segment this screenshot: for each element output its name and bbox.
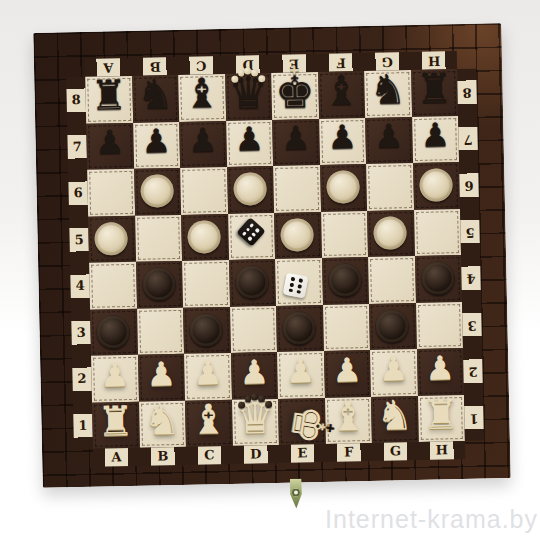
pawn-glyph-icon: ♟ xyxy=(95,122,125,162)
white-checker-e5 xyxy=(280,218,314,252)
die-pip xyxy=(298,278,302,282)
square-d1: ♛ xyxy=(232,398,279,445)
square-a1: ♜ xyxy=(92,401,139,448)
pawn-glyph-icon: ♟ xyxy=(281,118,311,158)
die-pip xyxy=(245,227,250,232)
black-checker-c3 xyxy=(189,313,223,347)
rank-label-left-1: 1 xyxy=(73,402,93,449)
rank-label-right-3: 3 xyxy=(462,301,482,348)
square-b1: ♞ xyxy=(139,400,186,447)
rook-glyph-icon: ♜ xyxy=(97,397,135,446)
white-checker-b6 xyxy=(140,174,174,208)
square-h7: ♟ xyxy=(412,116,459,163)
pawn-glyph-icon: ♟ xyxy=(192,353,222,393)
rank-label-left-3: 3 xyxy=(71,309,91,356)
black-rook-a8: ♜ xyxy=(85,76,132,123)
queen-crown-balls-icon xyxy=(231,67,265,83)
die-pip xyxy=(288,288,292,292)
square-f5 xyxy=(321,210,368,257)
square-a5 xyxy=(88,215,135,262)
rook-glyph-icon: ♜ xyxy=(415,64,453,113)
die-pip xyxy=(289,283,293,287)
rank-label-right-5: 5 xyxy=(460,208,480,255)
square-f7: ♟ xyxy=(319,118,366,165)
square-d6 xyxy=(227,166,274,213)
square-e7: ♟ xyxy=(272,118,319,165)
square-g4 xyxy=(368,256,415,303)
black-knight-g8: ♞ xyxy=(364,70,411,117)
white-pawn-e2: ♟ xyxy=(277,351,324,398)
die-pip xyxy=(247,236,252,241)
black-checker-f4 xyxy=(328,263,362,297)
black-die-showing-6 xyxy=(236,217,266,247)
square-a4 xyxy=(89,262,136,309)
white-pawn-a2: ♟ xyxy=(91,355,138,402)
square-e2: ♟ xyxy=(277,351,324,398)
pawn-glyph-icon: ♟ xyxy=(425,348,455,388)
square-e5 xyxy=(274,211,321,258)
rank-label-left-4: 4 xyxy=(70,263,90,310)
square-c6 xyxy=(180,167,227,214)
square-g2: ♟ xyxy=(370,349,417,396)
black-checker-e3 xyxy=(282,311,316,345)
die-pip xyxy=(290,277,294,281)
square-e6 xyxy=(273,165,320,212)
watermark: Internet-krama.by xyxy=(325,507,538,532)
knight-glyph-icon: ♞ xyxy=(143,396,181,445)
square-a8: ♜ xyxy=(85,76,132,123)
square-g6 xyxy=(366,163,413,210)
pawn-glyph-icon: ♟ xyxy=(327,117,357,157)
die-pip xyxy=(249,223,254,228)
white-pawn-f2: ♟ xyxy=(324,350,371,397)
king-cross-finial-icon: ✚ xyxy=(290,65,299,76)
bishop-glyph-icon: ♝ xyxy=(190,395,228,444)
knight-glyph-icon: ♞ xyxy=(369,65,407,114)
file-label-bottom-h: H xyxy=(418,441,465,460)
square-h4 xyxy=(415,255,462,302)
black-pawn-h7: ♟ xyxy=(412,116,459,163)
black-pawn-c7: ♟ xyxy=(179,120,226,167)
black-bishop-c8: ♝ xyxy=(178,74,225,121)
white-knight-g1: ♞ xyxy=(371,395,418,442)
file-label-bottom-a: A xyxy=(93,448,140,467)
black-checker-g3 xyxy=(375,309,409,343)
black-checker-b4 xyxy=(142,267,176,301)
die-pip xyxy=(242,231,247,236)
square-b8: ♞ xyxy=(132,75,179,122)
pawn-glyph-icon: ♟ xyxy=(188,120,218,160)
die-pip xyxy=(296,290,300,294)
square-c4 xyxy=(182,260,229,307)
white-checker-a5 xyxy=(95,222,129,256)
square-b5 xyxy=(135,214,182,261)
pawn-glyph-icon: ♟ xyxy=(141,121,171,161)
pawn-glyph-icon: ♟ xyxy=(234,119,264,159)
pawn-glyph-icon: ♟ xyxy=(374,116,404,156)
die-pip xyxy=(251,232,256,237)
square-e1: ♚✚ xyxy=(278,397,325,444)
board-frame: ABCDEFGH 87654321 ♜♞♝♛♚✚♝♞♜♟♟♟♟♟♟♟♟♟♟♟♟♟… xyxy=(66,51,484,467)
file-label-bottom-g: G xyxy=(372,442,419,461)
bishop-glyph-icon: ♝ xyxy=(322,66,360,115)
pawn-glyph-icon: ♟ xyxy=(332,350,362,390)
file-label-bottom-b: B xyxy=(139,447,186,466)
white-checker-d6 xyxy=(233,172,267,206)
file-label-bottom-f: F xyxy=(325,443,372,462)
square-f3 xyxy=(323,303,370,350)
square-a2: ♟ xyxy=(91,355,138,402)
pawn-glyph-icon: ♟ xyxy=(285,351,315,391)
white-checker-h6 xyxy=(419,168,453,202)
pawn-glyph-icon: ♟ xyxy=(378,349,408,389)
square-b3 xyxy=(137,307,184,354)
rook-glyph-icon: ♜ xyxy=(422,390,460,439)
knight-glyph-icon: ♞ xyxy=(376,391,414,440)
rook-glyph-icon: ♜ xyxy=(90,71,128,120)
white-checker-c5 xyxy=(187,220,221,254)
square-d8: ♛ xyxy=(225,73,272,120)
file-label-bottom-c: C xyxy=(186,446,233,465)
square-c8: ♝ xyxy=(178,74,225,121)
square-h5 xyxy=(414,209,461,256)
rank-label-right-1: 1 xyxy=(464,394,484,441)
box-clasp xyxy=(287,478,306,508)
white-bishop-c1: ♝ xyxy=(185,399,232,446)
square-b2: ♟ xyxy=(138,354,185,401)
black-pawn-f7: ♟ xyxy=(319,118,366,165)
square-d7: ♟ xyxy=(226,119,273,166)
rank-label-right-6: 6 xyxy=(459,162,479,209)
file-label-bottom-d: D xyxy=(232,445,279,464)
queen-crown-balls-icon xyxy=(238,393,272,409)
pawn-glyph-icon: ♟ xyxy=(146,354,176,394)
white-pawn-h2: ♟ xyxy=(416,348,463,395)
black-queen-d8: ♛ xyxy=(225,73,272,120)
square-c5 xyxy=(181,213,228,260)
pawn-glyph-icon: ♟ xyxy=(239,352,269,392)
white-pawn-b2: ♟ xyxy=(138,354,185,401)
photo-background: ABCDEFGH 87654321 ♜♞♝♛♚✚♝♞♜♟♟♟♟♟♟♟♟♟♟♟♟♟… xyxy=(0,0,540,540)
die-pip xyxy=(255,228,260,233)
rank-label-left-5: 5 xyxy=(69,216,89,263)
bishop-glyph-icon: ♝ xyxy=(329,392,367,441)
bishop-glyph-icon: ♝ xyxy=(183,69,221,118)
black-checker-h4 xyxy=(421,261,455,295)
square-b4 xyxy=(136,261,183,308)
square-f6 xyxy=(320,164,367,211)
pawn-glyph-icon: ♟ xyxy=(100,355,130,395)
square-f8: ♝ xyxy=(318,71,365,118)
black-rook-h8: ♜ xyxy=(411,69,458,116)
square-c7: ♟ xyxy=(179,120,226,167)
black-pawn-a7: ♟ xyxy=(86,122,133,169)
square-b7: ♟ xyxy=(133,121,180,168)
square-a6 xyxy=(87,169,134,216)
white-rook-a1: ♜ xyxy=(92,401,139,448)
rank-label-right-4: 4 xyxy=(461,255,481,302)
square-e3 xyxy=(276,304,323,351)
rank-label-right-2: 2 xyxy=(463,348,483,395)
chess-box: ABCDEFGH 87654321 ♜♞♝♛♚✚♝♞♜♟♟♟♟♟♟♟♟♟♟♟♟♟… xyxy=(33,23,510,488)
square-c3 xyxy=(183,306,230,353)
square-c2: ♟ xyxy=(184,353,231,400)
square-h1: ♜ xyxy=(417,395,464,442)
white-bishop-f1: ♝ xyxy=(324,396,371,443)
white-queen-d1: ♛ xyxy=(232,398,279,445)
square-d5 xyxy=(228,212,275,259)
square-g7: ♟ xyxy=(365,117,412,164)
white-checker-f6 xyxy=(326,170,360,204)
square-g8: ♞ xyxy=(364,70,411,117)
white-knight-b1: ♞ xyxy=(139,400,186,447)
rank-label-left-8: 8 xyxy=(66,77,86,124)
white-checker-g5 xyxy=(373,216,407,250)
black-pawn-d7: ♟ xyxy=(226,119,273,166)
square-c1: ♝ xyxy=(185,399,232,446)
square-d4 xyxy=(229,259,276,306)
knight-glyph-icon: ♞ xyxy=(136,70,174,119)
square-h6 xyxy=(413,162,460,209)
square-h2: ♟ xyxy=(416,348,463,395)
black-knight-b8: ♞ xyxy=(132,75,179,122)
white-die-showing-6 xyxy=(282,273,308,299)
black-checker-d4 xyxy=(235,265,269,299)
rank-label-right-7: 7 xyxy=(458,115,478,162)
rank-label-right-8: 8 xyxy=(457,69,477,116)
black-king-e8: ♚✚ xyxy=(271,72,318,119)
square-f1: ♝ xyxy=(324,396,371,443)
square-h8: ♜ xyxy=(411,69,458,116)
square-e4 xyxy=(275,258,322,305)
black-bishop-f8: ♝ xyxy=(318,71,365,118)
black-pawn-g7: ♟ xyxy=(365,117,412,164)
black-checker-a3 xyxy=(96,315,130,349)
square-a3 xyxy=(90,308,137,355)
black-pawn-b7: ♟ xyxy=(133,121,180,168)
square-e8: ♚✚ xyxy=(271,72,318,119)
square-f4 xyxy=(322,257,369,304)
white-pawn-c2: ♟ xyxy=(184,353,231,400)
rank-label-left-2: 2 xyxy=(72,356,92,403)
square-d3 xyxy=(230,305,277,352)
chess-board: ♜♞♝♛♚✚♝♞♜♟♟♟♟♟♟♟♟♟♟♟♟♟♟♟♟♜♞♝♛♚✚♝♞♜ xyxy=(85,69,465,449)
rank-label-left-7: 7 xyxy=(67,123,87,170)
square-g5 xyxy=(367,210,414,257)
square-a7: ♟ xyxy=(86,122,133,169)
square-b6 xyxy=(134,168,181,215)
square-g1: ♞ xyxy=(371,395,418,442)
square-h3 xyxy=(416,302,463,349)
square-f2: ♟ xyxy=(324,350,371,397)
pawn-glyph-icon: ♟ xyxy=(420,115,450,155)
white-pawn-g2: ♟ xyxy=(370,349,417,396)
die-pip xyxy=(297,284,301,288)
black-pawn-e7: ♟ xyxy=(272,118,319,165)
rank-label-left-6: 6 xyxy=(68,170,88,217)
square-g3 xyxy=(369,303,416,350)
white-rook-h1: ♜ xyxy=(417,395,464,442)
